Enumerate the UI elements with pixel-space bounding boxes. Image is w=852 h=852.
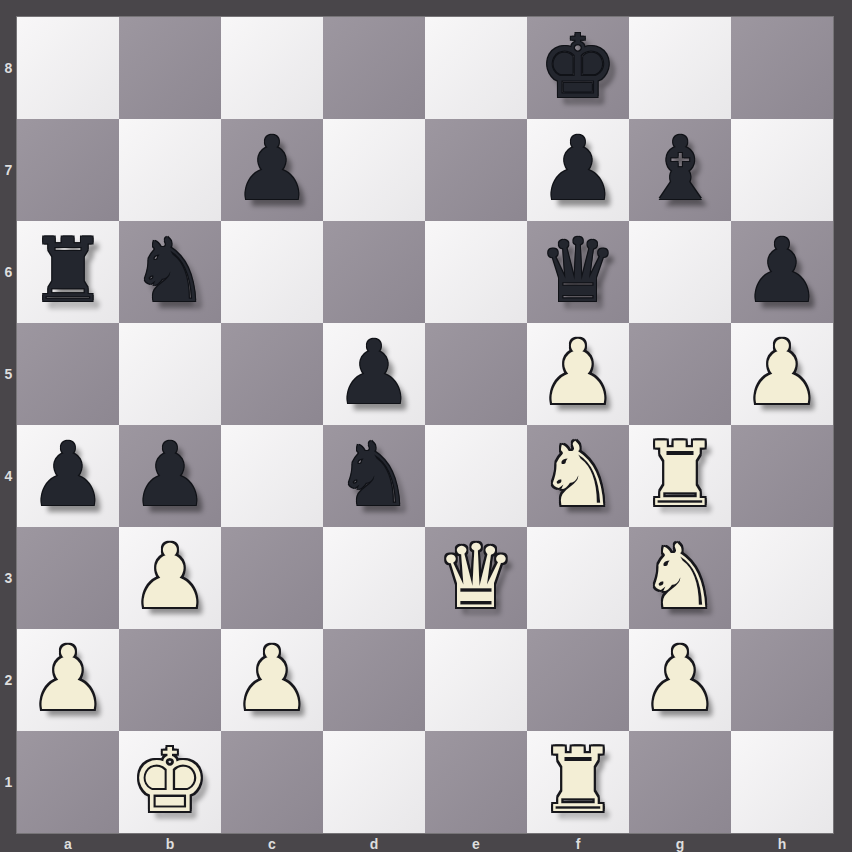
white-knight-f4[interactable]: ♞ <box>527 425 629 527</box>
white-pawn-h5[interactable]: ♟ <box>731 323 833 425</box>
file-labels: abcdefgh <box>17 835 833 852</box>
square-g4[interactable]: ♜ <box>629 425 731 527</box>
square-g2[interactable]: ♟ <box>629 629 731 731</box>
square-c5[interactable] <box>221 323 323 425</box>
black-rook-a6[interactable]: ♜ <box>17 221 119 323</box>
black-pawn-b4[interactable]: ♟ <box>119 425 221 527</box>
square-a7[interactable] <box>17 119 119 221</box>
square-g5[interactable] <box>629 323 731 425</box>
square-g7[interactable]: ♝ <box>629 119 731 221</box>
square-c7[interactable]: ♟ <box>221 119 323 221</box>
file-label-d: d <box>323 835 425 852</box>
square-f1[interactable]: ♜ <box>527 731 629 833</box>
square-e4[interactable] <box>425 425 527 527</box>
square-e8[interactable] <box>425 17 527 119</box>
square-e7[interactable] <box>425 119 527 221</box>
square-f6[interactable]: ♛ <box>527 221 629 323</box>
square-b3[interactable]: ♟ <box>119 527 221 629</box>
file-label-c: c <box>221 835 323 852</box>
white-rook-g4[interactable]: ♜ <box>629 425 731 527</box>
square-c2[interactable]: ♟ <box>221 629 323 731</box>
file-label-g: g <box>629 835 731 852</box>
white-pawn-a2[interactable]: ♟ <box>17 629 119 731</box>
black-queen-f6[interactable]: ♛ <box>527 221 629 323</box>
square-h6[interactable]: ♟ <box>731 221 833 323</box>
square-b1[interactable]: ♚ <box>119 731 221 833</box>
white-king-b1[interactable]: ♚ <box>119 731 221 833</box>
black-pawn-a4[interactable]: ♟ <box>17 425 119 527</box>
white-pawn-g2[interactable]: ♟ <box>629 629 731 731</box>
square-c4[interactable] <box>221 425 323 527</box>
rank-label-1: 1 <box>0 731 17 833</box>
rank-label-4: 4 <box>0 425 17 527</box>
square-a1[interactable] <box>17 731 119 833</box>
square-g3[interactable]: ♞ <box>629 527 731 629</box>
square-a6[interactable]: ♜ <box>17 221 119 323</box>
square-f5[interactable]: ♟ <box>527 323 629 425</box>
rank-label-7: 7 <box>0 119 17 221</box>
file-label-a: a <box>17 835 119 852</box>
chess-board-frame: 87654321 abcdefgh ♚♟♟♝♜♞♛♟♟♟♟♟♟♞♞♜♟♛♞♟♟♟… <box>0 0 852 852</box>
square-a4[interactable]: ♟ <box>17 425 119 527</box>
white-rook-f1[interactable]: ♜ <box>527 731 629 833</box>
square-b5[interactable] <box>119 323 221 425</box>
square-f7[interactable]: ♟ <box>527 119 629 221</box>
white-pawn-b3[interactable]: ♟ <box>119 527 221 629</box>
square-f3[interactable] <box>527 527 629 629</box>
square-d1[interactable] <box>323 731 425 833</box>
square-a5[interactable] <box>17 323 119 425</box>
square-f2[interactable] <box>527 629 629 731</box>
square-b6[interactable]: ♞ <box>119 221 221 323</box>
rank-label-2: 2 <box>0 629 17 731</box>
square-b2[interactable] <box>119 629 221 731</box>
black-king-f8[interactable]: ♚ <box>527 17 629 119</box>
square-a8[interactable] <box>17 17 119 119</box>
square-d3[interactable] <box>323 527 425 629</box>
square-b8[interactable] <box>119 17 221 119</box>
square-a2[interactable]: ♟ <box>17 629 119 731</box>
black-knight-d4[interactable]: ♞ <box>323 425 425 527</box>
square-f8[interactable]: ♚ <box>527 17 629 119</box>
file-label-f: f <box>527 835 629 852</box>
black-pawn-c7[interactable]: ♟ <box>221 119 323 221</box>
square-g1[interactable] <box>629 731 731 833</box>
square-d5[interactable]: ♟ <box>323 323 425 425</box>
square-d2[interactable] <box>323 629 425 731</box>
square-f4[interactable]: ♞ <box>527 425 629 527</box>
black-knight-b6[interactable]: ♞ <box>119 221 221 323</box>
black-pawn-h6[interactable]: ♟ <box>731 221 833 323</box>
square-c6[interactable] <box>221 221 323 323</box>
square-h7[interactable] <box>731 119 833 221</box>
square-c3[interactable] <box>221 527 323 629</box>
rank-label-3: 3 <box>0 527 17 629</box>
chess-board: ♚♟♟♝♜♞♛♟♟♟♟♟♟♞♞♜♟♛♞♟♟♟♚♜ <box>17 17 833 833</box>
square-e5[interactable] <box>425 323 527 425</box>
square-h3[interactable] <box>731 527 833 629</box>
square-e3[interactable]: ♛ <box>425 527 527 629</box>
square-g6[interactable] <box>629 221 731 323</box>
square-h4[interactable] <box>731 425 833 527</box>
white-pawn-f5[interactable]: ♟ <box>527 323 629 425</box>
square-e2[interactable] <box>425 629 527 731</box>
square-a3[interactable] <box>17 527 119 629</box>
white-pawn-c2[interactable]: ♟ <box>221 629 323 731</box>
square-h2[interactable] <box>731 629 833 731</box>
white-knight-g3[interactable]: ♞ <box>629 527 731 629</box>
black-pawn-d5[interactable]: ♟ <box>323 323 425 425</box>
square-d6[interactable] <box>323 221 425 323</box>
rank-labels: 87654321 <box>0 17 17 833</box>
square-d8[interactable] <box>323 17 425 119</box>
square-b7[interactable] <box>119 119 221 221</box>
black-pawn-f7[interactable]: ♟ <box>527 119 629 221</box>
square-g8[interactable] <box>629 17 731 119</box>
white-queen-e3[interactable]: ♛ <box>425 527 527 629</box>
file-label-e: e <box>425 835 527 852</box>
black-bishop-g7[interactable]: ♝ <box>629 119 731 221</box>
file-label-h: h <box>731 835 833 852</box>
file-label-b: b <box>119 835 221 852</box>
rank-label-6: 6 <box>0 221 17 323</box>
square-d4[interactable]: ♞ <box>323 425 425 527</box>
square-d7[interactable] <box>323 119 425 221</box>
square-c8[interactable] <box>221 17 323 119</box>
square-e6[interactable] <box>425 221 527 323</box>
square-b4[interactable]: ♟ <box>119 425 221 527</box>
square-c1[interactable] <box>221 731 323 833</box>
square-h5[interactable]: ♟ <box>731 323 833 425</box>
square-h8[interactable] <box>731 17 833 119</box>
rank-label-8: 8 <box>0 17 17 119</box>
rank-label-5: 5 <box>0 323 17 425</box>
square-e1[interactable] <box>425 731 527 833</box>
square-h1[interactable] <box>731 731 833 833</box>
